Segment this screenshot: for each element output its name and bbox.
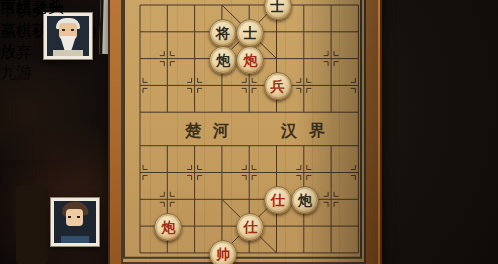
old-man-beard <box>60 36 76 50</box>
young-man-eye <box>68 216 71 218</box>
piece-black-将[interactable]: 将 <box>209 19 237 47</box>
piece-red-帅[interactable]: 帅 <box>209 240 237 264</box>
piece-red-炮[interactable]: 炮 <box>236 46 264 74</box>
piece-black-士[interactable]: 士 <box>236 19 264 47</box>
piece-black-士[interactable]: 士 <box>264 0 292 20</box>
self-photo <box>54 201 96 243</box>
opponent-photo <box>47 16 89 56</box>
old-man-robe <box>53 50 83 56</box>
opponent-portrait <box>43 12 93 60</box>
piece-red-仕[interactable]: 仕 <box>236 213 264 241</box>
young-man-shirt <box>61 236 89 243</box>
self-name-banner: 自己 <box>0 0 32 13</box>
piece-black-炮[interactable]: 炮 <box>209 46 237 74</box>
self-portrait <box>50 197 100 247</box>
piece-black-炮[interactable]: 炮 <box>291 186 319 214</box>
young-man-eye <box>77 216 80 218</box>
game-screen: 楚河 汉界 士将士炮炮兵仕炮炮仕帅 下棋老头 自己 下棋奖励 <box>0 0 498 264</box>
piece-red-炮[interactable]: 炮 <box>154 213 182 241</box>
piece-red-兵[interactable]: 兵 <box>264 72 292 100</box>
piece-red-仕[interactable]: 仕 <box>264 186 292 214</box>
old-man-eye <box>62 29 65 31</box>
old-man-eye <box>71 29 74 31</box>
